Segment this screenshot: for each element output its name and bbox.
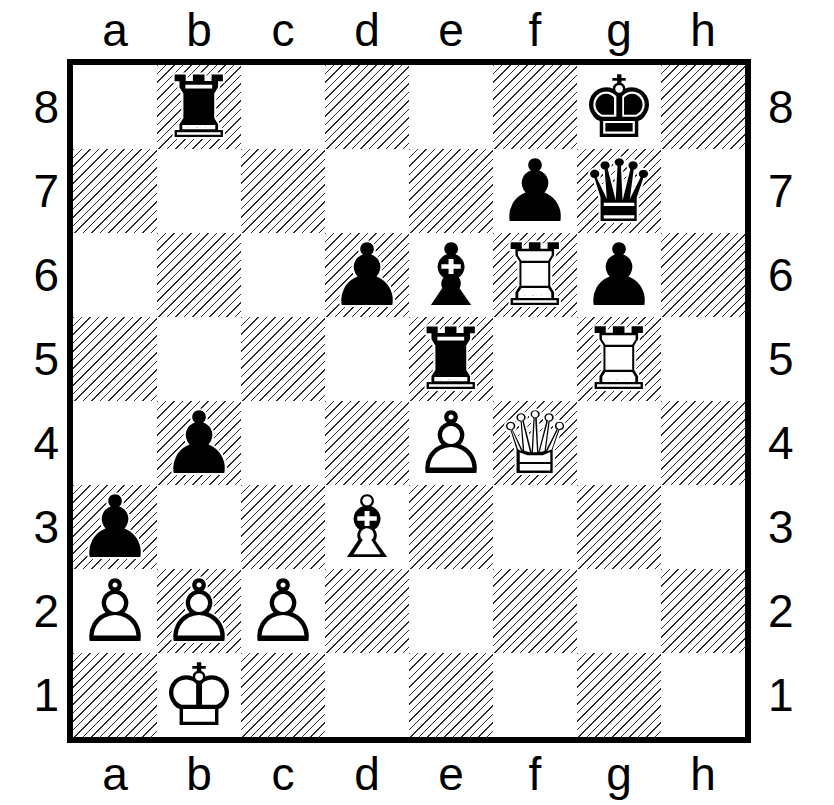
square-d6[interactable]: ♟♟ [325, 233, 409, 317]
rank-labels-right: 87654321 [751, 65, 834, 737]
black-pawn-fill: ♟ [157, 401, 241, 485]
rank-label-2: 2 [768, 569, 834, 653]
black-queen-glyph: ♛ [577, 149, 661, 233]
square-h3[interactable] [661, 485, 745, 569]
black-pawn-fill: ♟ [73, 485, 157, 569]
square-e3[interactable] [409, 485, 493, 569]
square-d3[interactable]: ♝♗ [325, 485, 409, 569]
square-b6[interactable] [157, 233, 241, 317]
square-e6[interactable]: ♝♝ [409, 233, 493, 317]
rank-label-7: 7 [0, 149, 59, 233]
rank-label-8: 8 [0, 65, 59, 149]
rank-label-8: 8 [768, 65, 834, 149]
file-label-g: g [577, 0, 661, 60]
white-pawn-glyph: ♙ [157, 569, 241, 653]
square-f2[interactable] [493, 569, 577, 653]
black-rook-fill: ♜ [409, 317, 493, 401]
file-label-f: f [493, 743, 577, 805]
file-labels-top: abcdefgh [73, 0, 745, 57]
rank-label-6: 6 [0, 233, 59, 317]
square-b3[interactable] [157, 485, 241, 569]
square-a8[interactable] [73, 65, 157, 149]
square-f7[interactable]: ♟♟ [493, 149, 577, 233]
black-pawn-glyph: ♟ [73, 485, 157, 569]
white-bishop-d3: ♝♗ [325, 485, 409, 569]
square-f1[interactable] [493, 653, 577, 737]
white-pawn-e4: ♟♙ [409, 401, 493, 485]
square-c5[interactable] [241, 317, 325, 401]
black-pawn-fill: ♟ [325, 233, 409, 317]
square-d5[interactable] [325, 317, 409, 401]
square-a1[interactable] [73, 653, 157, 737]
file-label-e: e [409, 743, 493, 805]
square-e5[interactable]: ♜♜ [409, 317, 493, 401]
black-pawn-b4: ♟♟ [157, 401, 241, 485]
square-h1[interactable] [661, 653, 745, 737]
square-a4[interactable] [73, 401, 157, 485]
black-rook-b8: ♜♜ [157, 65, 241, 149]
black-king-g8: ♚♚ [577, 65, 661, 149]
square-b2[interactable]: ♟♙ [157, 569, 241, 653]
square-c1[interactable] [241, 653, 325, 737]
white-pawn-c2: ♟♙ [241, 569, 325, 653]
rank-label-4: 4 [768, 401, 834, 485]
white-pawn-a2: ♟♙ [73, 569, 157, 653]
black-pawn-g6: ♟♟ [577, 233, 661, 317]
square-b1[interactable]: ♚♔ [157, 653, 241, 737]
white-queen-glyph: ♕ [493, 401, 577, 485]
rank-label-6: 6 [768, 233, 834, 317]
white-queen-f4: ♛♕ [493, 401, 577, 485]
file-label-b: b [157, 743, 241, 805]
rank-label-5: 5 [768, 317, 834, 401]
rank-labels-left: 87654321 [0, 65, 59, 737]
black-pawn-glyph: ♟ [157, 401, 241, 485]
black-rook-fill: ♜ [157, 65, 241, 149]
square-g2[interactable] [577, 569, 661, 653]
rank-label-1: 1 [768, 653, 834, 737]
file-label-h: h [661, 0, 745, 60]
square-b4[interactable]: ♟♟ [157, 401, 241, 485]
white-rook-f6: ♜♖ [493, 233, 577, 317]
square-c3[interactable] [241, 485, 325, 569]
square-g5[interactable]: ♜♖ [577, 317, 661, 401]
rank-label-5: 5 [0, 317, 59, 401]
white-pawn-glyph: ♙ [241, 569, 325, 653]
square-a6[interactable] [73, 233, 157, 317]
square-f4[interactable]: ♛♕ [493, 401, 577, 485]
file-label-a: a [73, 743, 157, 805]
black-pawn-glyph: ♟ [577, 233, 661, 317]
square-b7[interactable] [157, 149, 241, 233]
square-f6[interactable]: ♜♖ [493, 233, 577, 317]
rank-label-1: 1 [0, 653, 59, 737]
white-rook-fill: ♜ [493, 233, 577, 317]
white-pawn-fill: ♟ [241, 569, 325, 653]
square-g3[interactable] [577, 485, 661, 569]
white-pawn-b2: ♟♙ [157, 569, 241, 653]
file-label-c: c [241, 0, 325, 60]
square-f5[interactable] [493, 317, 577, 401]
white-pawn-glyph: ♙ [73, 569, 157, 653]
black-bishop-fill: ♝ [409, 233, 493, 317]
file-label-f: f [493, 0, 577, 60]
square-h7[interactable] [661, 149, 745, 233]
chess-board: ♜♜♚♚♟♟♛♛♟♟♝♝♜♖♟♟♜♜♜♖♟♟♟♙♛♕♟♟♝♗♟♙♟♙♟♙♚♔ [67, 59, 751, 743]
white-queen-fill: ♛ [493, 401, 577, 485]
square-h6[interactable] [661, 233, 745, 317]
file-label-b: b [157, 0, 241, 60]
square-d8[interactable] [325, 65, 409, 149]
white-king-glyph: ♔ [157, 653, 241, 737]
square-f3[interactable] [493, 485, 577, 569]
square-d1[interactable] [325, 653, 409, 737]
file-label-g: g [577, 743, 661, 805]
chess-diagram-page: abcdefgh 87654321 ♜♜♚♚♟♟♛♛♟♟♝♝♜♖♟♟♜♜♜♖♟♟… [0, 0, 834, 805]
rank-label-7: 7 [768, 149, 834, 233]
black-bishop-e6: ♝♝ [409, 233, 493, 317]
white-rook-glyph: ♖ [493, 233, 577, 317]
black-queen-g7: ♛♛ [577, 149, 661, 233]
square-h4[interactable] [661, 401, 745, 485]
white-rook-g5: ♜♖ [577, 317, 661, 401]
square-c7[interactable] [241, 149, 325, 233]
square-d4[interactable] [325, 401, 409, 485]
square-a3[interactable]: ♟♟ [73, 485, 157, 569]
white-pawn-fill: ♟ [157, 569, 241, 653]
square-a7[interactable] [73, 149, 157, 233]
file-labels-bottom: abcdefgh [73, 743, 745, 805]
square-e2[interactable] [409, 569, 493, 653]
square-e1[interactable] [409, 653, 493, 737]
file-label-c: c [241, 743, 325, 805]
black-pawn-fill: ♟ [493, 149, 577, 233]
rank-label-2: 2 [0, 569, 59, 653]
file-label-e: e [409, 0, 493, 60]
white-pawn-glyph: ♙ [409, 401, 493, 485]
white-king-b1: ♚♔ [157, 653, 241, 737]
rank-label-3: 3 [768, 485, 834, 569]
white-pawn-fill: ♟ [409, 401, 493, 485]
square-b5[interactable] [157, 317, 241, 401]
black-pawn-f7: ♟♟ [493, 149, 577, 233]
square-h5[interactable] [661, 317, 745, 401]
black-rook-glyph: ♜ [409, 317, 493, 401]
file-label-h: h [661, 743, 745, 805]
black-pawn-d6: ♟♟ [325, 233, 409, 317]
file-label-a: a [73, 0, 157, 60]
square-d2[interactable] [325, 569, 409, 653]
square-g7[interactable]: ♛♛ [577, 149, 661, 233]
black-queen-fill: ♛ [577, 149, 661, 233]
black-rook-e5: ♜♜ [409, 317, 493, 401]
square-e7[interactable] [409, 149, 493, 233]
square-f8[interactable] [493, 65, 577, 149]
square-c2[interactable]: ♟♙ [241, 569, 325, 653]
black-pawn-fill: ♟ [577, 233, 661, 317]
square-a2[interactable]: ♟♙ [73, 569, 157, 653]
black-pawn-glyph: ♟ [325, 233, 409, 317]
rank-label-3: 3 [0, 485, 59, 569]
square-e4[interactable]: ♟♙ [409, 401, 493, 485]
black-bishop-glyph: ♝ [409, 233, 493, 317]
square-g8[interactable]: ♚♚ [577, 65, 661, 149]
square-c8[interactable] [241, 65, 325, 149]
square-g6[interactable]: ♟♟ [577, 233, 661, 317]
white-pawn-fill: ♟ [73, 569, 157, 653]
black-king-glyph: ♚ [577, 65, 661, 149]
square-g4[interactable] [577, 401, 661, 485]
white-king-fill: ♚ [157, 653, 241, 737]
square-h8[interactable] [661, 65, 745, 149]
square-g1[interactable] [577, 653, 661, 737]
square-c4[interactable] [241, 401, 325, 485]
black-rook-glyph: ♜ [157, 65, 241, 149]
square-b8[interactable]: ♜♜ [157, 65, 241, 149]
white-bishop-glyph: ♗ [325, 485, 409, 569]
file-label-d: d [325, 0, 409, 60]
square-d7[interactable] [325, 149, 409, 233]
white-rook-fill: ♜ [577, 317, 661, 401]
square-h2[interactable] [661, 569, 745, 653]
file-label-d: d [325, 743, 409, 805]
white-bishop-fill: ♝ [325, 485, 409, 569]
white-rook-glyph: ♖ [577, 317, 661, 401]
black-pawn-a3: ♟♟ [73, 485, 157, 569]
black-king-fill: ♚ [577, 65, 661, 149]
rank-label-4: 4 [0, 401, 59, 485]
black-pawn-glyph: ♟ [493, 149, 577, 233]
square-a5[interactable] [73, 317, 157, 401]
square-c6[interactable] [241, 233, 325, 317]
square-e8[interactable] [409, 65, 493, 149]
